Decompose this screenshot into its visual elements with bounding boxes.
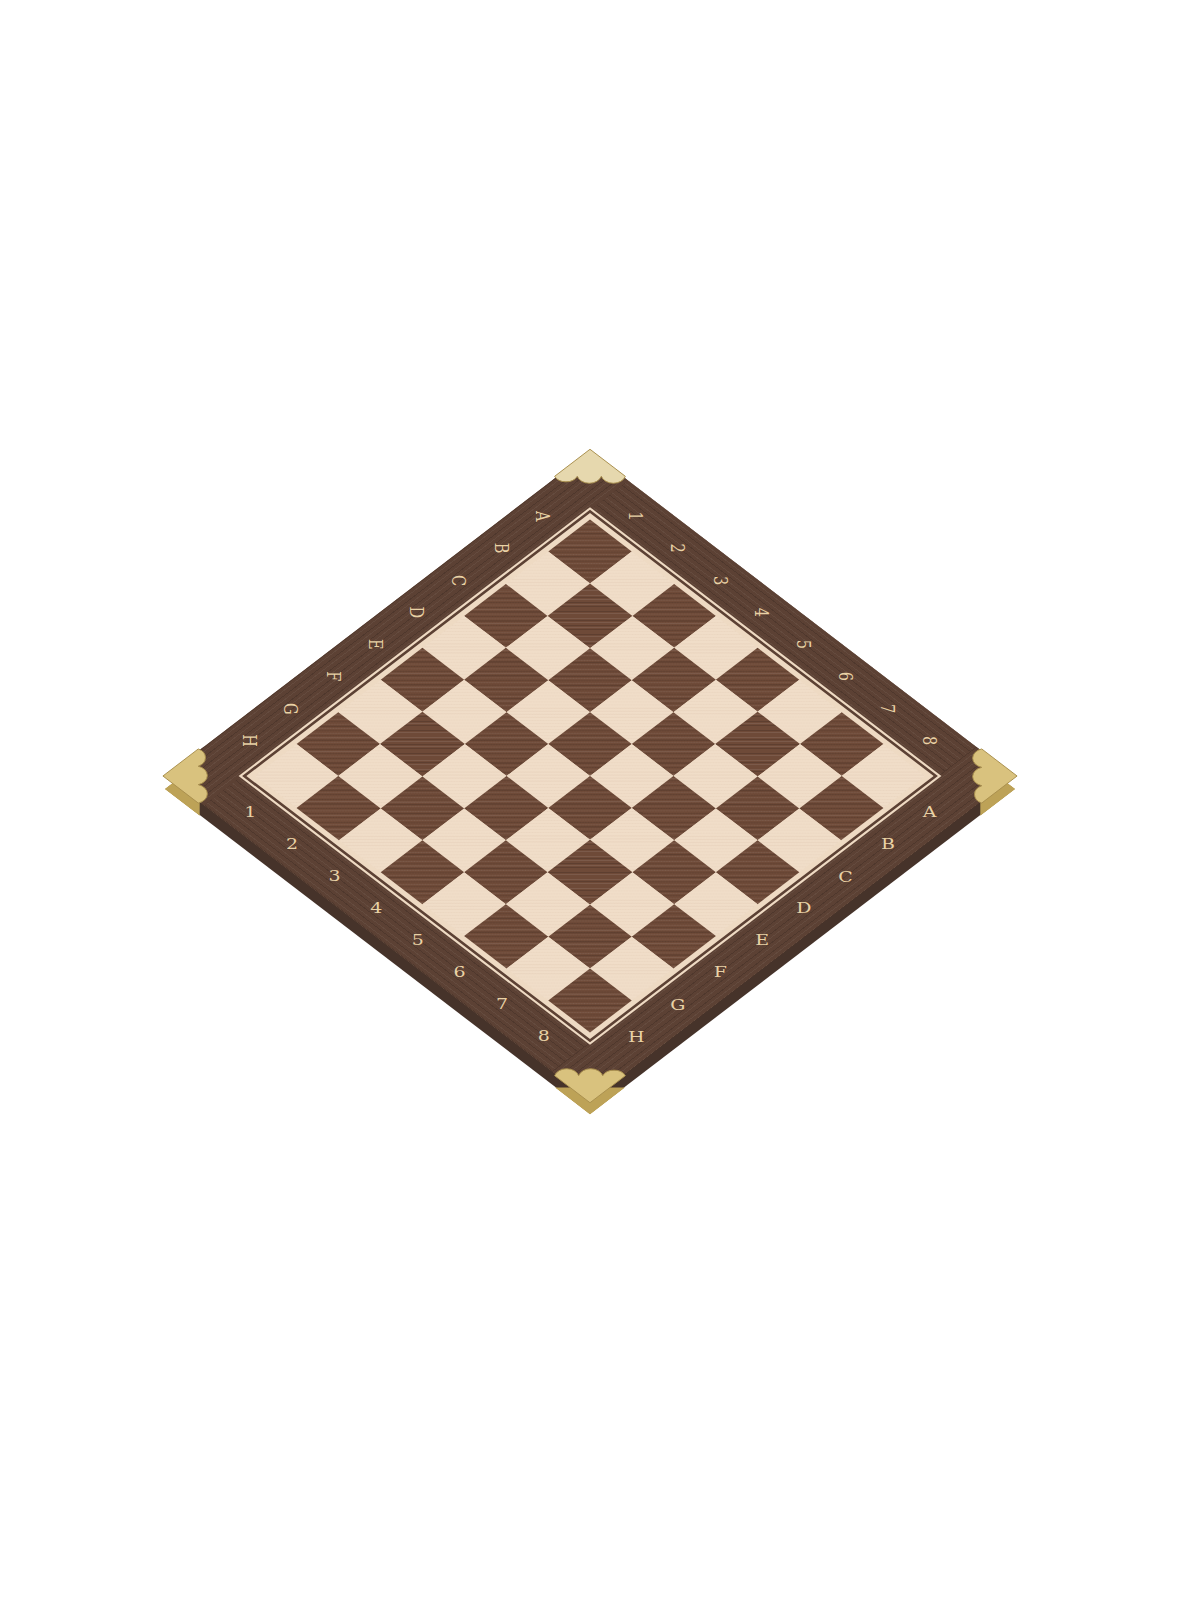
chessboard: 12345678 ABCDEFGH 12345678 ABCDEFGH — [166, 451, 1015, 1100]
coord-label: 8 — [514, 1015, 573, 1056]
playing-field — [242, 510, 938, 1042]
coord-label: H — [221, 720, 280, 761]
coord-label: H — [609, 1013, 663, 1058]
coord-label: 8 — [903, 718, 957, 763]
squares-grid — [255, 520, 925, 1033]
product-photo-background: 12345678 ABCDEFGH 12345678 ABCDEFGH — [0, 0, 1200, 1600]
